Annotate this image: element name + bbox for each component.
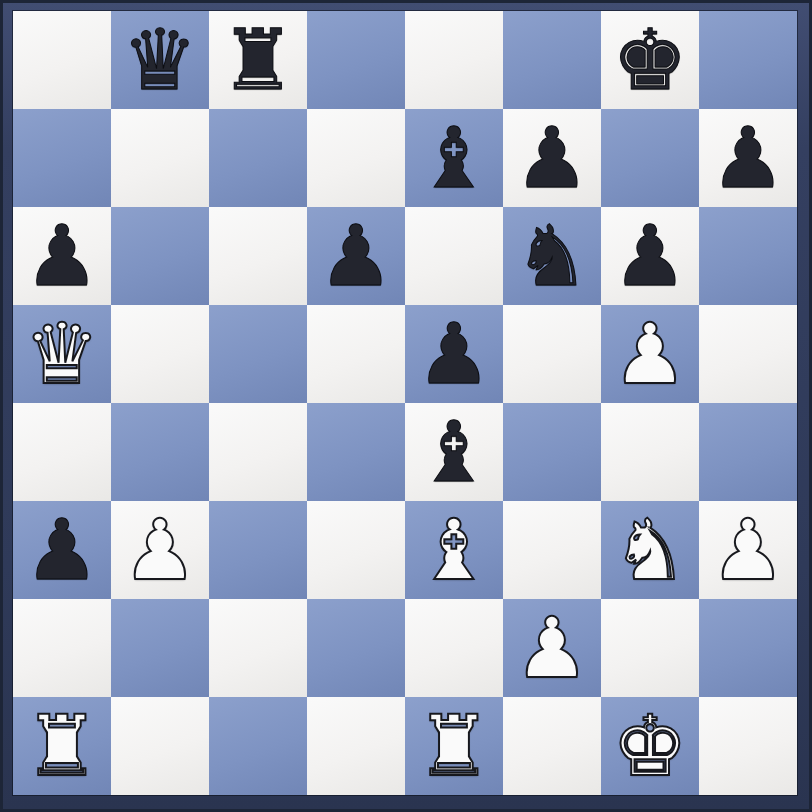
- square-h4[interactable]: [699, 403, 797, 501]
- square-g5[interactable]: ♟: [601, 305, 699, 403]
- square-d2[interactable]: [307, 599, 405, 697]
- square-f2[interactable]: ♟: [503, 599, 601, 697]
- square-h5[interactable]: [699, 305, 797, 403]
- chess-board: ♛♜♚♝♟♟♟♟♞♟♛♟♟♝♟♟♝♞♟♟♜♜♚: [13, 11, 797, 795]
- black-bishop-e4[interactable]: ♝: [416, 403, 491, 501]
- square-f6[interactable]: ♞: [503, 207, 601, 305]
- square-d6[interactable]: ♟: [307, 207, 405, 305]
- black-bishop-e7[interactable]: ♝: [416, 109, 491, 207]
- square-a8[interactable]: [13, 11, 111, 109]
- white-pawn-f2[interactable]: ♟: [514, 599, 589, 697]
- square-h2[interactable]: [699, 599, 797, 697]
- white-rook-e1[interactable]: ♜: [416, 697, 491, 795]
- square-c7[interactable]: [209, 109, 307, 207]
- white-pawn-b3[interactable]: ♟: [122, 501, 197, 599]
- square-f8[interactable]: [503, 11, 601, 109]
- square-b6[interactable]: [111, 207, 209, 305]
- square-c3[interactable]: [209, 501, 307, 599]
- white-king-g1[interactable]: ♚: [612, 697, 687, 795]
- square-e6[interactable]: [405, 207, 503, 305]
- square-d7[interactable]: [307, 109, 405, 207]
- square-h8[interactable]: [699, 11, 797, 109]
- square-c8[interactable]: ♜: [209, 11, 307, 109]
- square-g8[interactable]: ♚: [601, 11, 699, 109]
- square-c5[interactable]: [209, 305, 307, 403]
- square-e5[interactable]: ♟: [405, 305, 503, 403]
- black-king-g8[interactable]: ♚: [612, 11, 687, 109]
- square-f7[interactable]: ♟: [503, 109, 601, 207]
- square-d5[interactable]: [307, 305, 405, 403]
- black-queen-b8[interactable]: ♛: [122, 11, 197, 109]
- square-g4[interactable]: [601, 403, 699, 501]
- square-c4[interactable]: [209, 403, 307, 501]
- square-a4[interactable]: [13, 403, 111, 501]
- square-g7[interactable]: [601, 109, 699, 207]
- black-rook-c8[interactable]: ♜: [220, 11, 295, 109]
- square-a2[interactable]: [13, 599, 111, 697]
- square-f1[interactable]: [503, 697, 601, 795]
- square-e4[interactable]: ♝: [405, 403, 503, 501]
- square-e8[interactable]: [405, 11, 503, 109]
- square-f3[interactable]: [503, 501, 601, 599]
- square-b1[interactable]: [111, 697, 209, 795]
- black-pawn-a6[interactable]: ♟: [24, 207, 99, 305]
- square-d4[interactable]: [307, 403, 405, 501]
- square-a1[interactable]: ♜: [13, 697, 111, 795]
- square-a3[interactable]: ♟: [13, 501, 111, 599]
- white-queen-a5[interactable]: ♛: [24, 305, 99, 403]
- black-pawn-h7[interactable]: ♟: [710, 109, 785, 207]
- square-e2[interactable]: [405, 599, 503, 697]
- white-rook-a1[interactable]: ♜: [24, 697, 99, 795]
- square-g1[interactable]: ♚: [601, 697, 699, 795]
- square-e7[interactable]: ♝: [405, 109, 503, 207]
- square-b7[interactable]: [111, 109, 209, 207]
- square-g3[interactable]: ♞: [601, 501, 699, 599]
- square-f4[interactable]: [503, 403, 601, 501]
- black-pawn-a3[interactable]: ♟: [24, 501, 99, 599]
- square-b8[interactable]: ♛: [111, 11, 209, 109]
- square-f5[interactable]: [503, 305, 601, 403]
- square-g6[interactable]: ♟: [601, 207, 699, 305]
- square-d8[interactable]: [307, 11, 405, 109]
- black-pawn-f7[interactable]: ♟: [514, 109, 589, 207]
- square-e1[interactable]: ♜: [405, 697, 503, 795]
- square-b2[interactable]: [111, 599, 209, 697]
- black-pawn-e5[interactable]: ♟: [416, 305, 491, 403]
- square-d3[interactable]: [307, 501, 405, 599]
- black-pawn-d6[interactable]: ♟: [318, 207, 393, 305]
- square-c2[interactable]: [209, 599, 307, 697]
- square-c6[interactable]: [209, 207, 307, 305]
- black-knight-f6[interactable]: ♞: [514, 207, 589, 305]
- square-b4[interactable]: [111, 403, 209, 501]
- square-a7[interactable]: [13, 109, 111, 207]
- chess-board-frame: ♛♜♚♝♟♟♟♟♞♟♛♟♟♝♟♟♝♞♟♟♜♜♚: [0, 0, 812, 812]
- square-b3[interactable]: ♟: [111, 501, 209, 599]
- white-knight-g3[interactable]: ♞: [612, 501, 687, 599]
- square-h6[interactable]: [699, 207, 797, 305]
- square-h7[interactable]: ♟: [699, 109, 797, 207]
- white-bishop-e3[interactable]: ♝: [416, 501, 491, 599]
- square-e3[interactable]: ♝: [405, 501, 503, 599]
- square-d1[interactable]: [307, 697, 405, 795]
- white-pawn-g5[interactable]: ♟: [612, 305, 687, 403]
- square-g2[interactable]: [601, 599, 699, 697]
- square-b5[interactable]: [111, 305, 209, 403]
- square-h3[interactable]: ♟: [699, 501, 797, 599]
- square-a6[interactable]: ♟: [13, 207, 111, 305]
- black-pawn-g6[interactable]: ♟: [612, 207, 687, 305]
- square-a5[interactable]: ♛: [13, 305, 111, 403]
- square-h1[interactable]: [699, 697, 797, 795]
- white-pawn-h3[interactable]: ♟: [710, 501, 785, 599]
- square-c1[interactable]: [209, 697, 307, 795]
